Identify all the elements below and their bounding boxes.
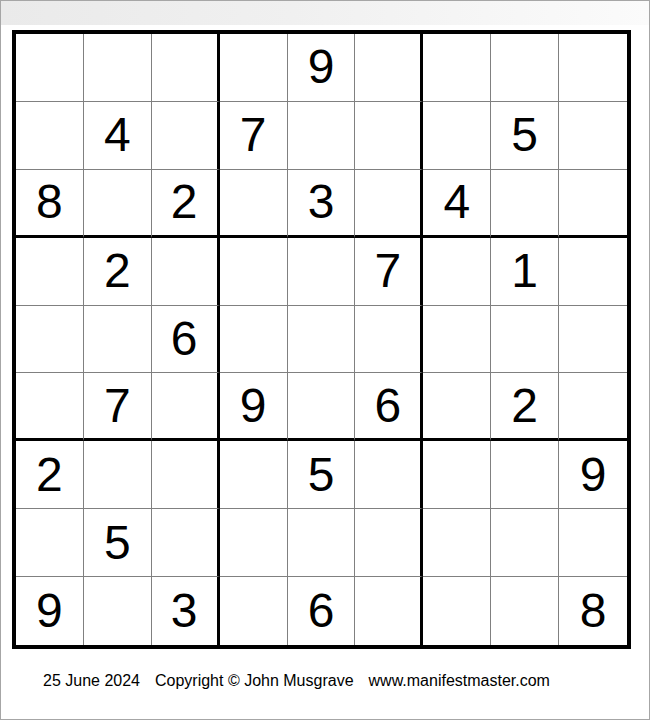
cell-r8c5[interactable]	[288, 509, 356, 577]
cell-r6c3[interactable]	[152, 373, 220, 441]
cell-r6c2[interactable]: 7	[84, 373, 152, 441]
footer: 25 June 2024 Copyright © John Musgrave w…	[43, 672, 550, 690]
cell-r2c5[interactable]	[288, 102, 356, 170]
cell-r3c5[interactable]: 3	[288, 170, 356, 238]
cell-r6c6[interactable]: 6	[355, 373, 423, 441]
cell-r6c8[interactable]: 2	[491, 373, 559, 441]
cell-r3c9[interactable]	[559, 170, 627, 238]
cell-r7c7[interactable]	[423, 441, 491, 509]
website-text: www.manifestmaster.com	[369, 672, 550, 690]
cell-r4c8[interactable]: 1	[491, 238, 559, 306]
cell-r8c9[interactable]	[559, 509, 627, 577]
cell-r5c2[interactable]	[84, 306, 152, 374]
cell-r1c5[interactable]: 9	[288, 34, 356, 102]
cell-r8c6[interactable]	[355, 509, 423, 577]
cell-r4c4[interactable]	[220, 238, 288, 306]
cell-r1c2[interactable]	[84, 34, 152, 102]
cell-r3c8[interactable]	[491, 170, 559, 238]
cell-r9c4[interactable]	[220, 577, 288, 645]
cell-r7c4[interactable]	[220, 441, 288, 509]
cell-r3c6[interactable]	[355, 170, 423, 238]
cell-r9c7[interactable]	[423, 577, 491, 645]
cell-r9c2[interactable]	[84, 577, 152, 645]
cell-r4c9[interactable]	[559, 238, 627, 306]
cell-r5c9[interactable]	[559, 306, 627, 374]
cell-r1c9[interactable]	[559, 34, 627, 102]
top-strip	[1, 1, 649, 25]
cell-r1c4[interactable]	[220, 34, 288, 102]
cell-r3c4[interactable]	[220, 170, 288, 238]
cell-r4c5[interactable]	[288, 238, 356, 306]
cell-r5c4[interactable]	[220, 306, 288, 374]
cell-r8c2[interactable]: 5	[84, 509, 152, 577]
cell-r8c7[interactable]	[423, 509, 491, 577]
cell-r2c8[interactable]: 5	[491, 102, 559, 170]
cell-r3c1[interactable]: 8	[16, 170, 84, 238]
cell-r7c5[interactable]: 5	[288, 441, 356, 509]
cell-r9c6[interactable]	[355, 577, 423, 645]
cell-r8c8[interactable]	[491, 509, 559, 577]
cell-r7c9[interactable]: 9	[559, 441, 627, 509]
cell-r4c7[interactable]	[423, 238, 491, 306]
cell-r2c2[interactable]: 4	[84, 102, 152, 170]
cell-r2c7[interactable]	[423, 102, 491, 170]
cell-r7c1[interactable]: 2	[16, 441, 84, 509]
cell-r9c9[interactable]: 8	[559, 577, 627, 645]
cell-r8c1[interactable]	[16, 509, 84, 577]
cell-r5c6[interactable]	[355, 306, 423, 374]
cell-r5c3[interactable]: 6	[152, 306, 220, 374]
cell-r9c3[interactable]: 3	[152, 577, 220, 645]
cell-r5c1[interactable]	[16, 306, 84, 374]
cell-r7c8[interactable]	[491, 441, 559, 509]
cell-r5c8[interactable]	[491, 306, 559, 374]
cell-r7c6[interactable]	[355, 441, 423, 509]
cell-r9c5[interactable]: 6	[288, 577, 356, 645]
cell-r2c3[interactable]	[152, 102, 220, 170]
cell-r3c3[interactable]: 2	[152, 170, 220, 238]
cell-r6c7[interactable]	[423, 373, 491, 441]
cell-r1c3[interactable]	[152, 34, 220, 102]
cell-r2c1[interactable]	[16, 102, 84, 170]
cell-r1c1[interactable]	[16, 34, 84, 102]
cell-r9c1[interactable]: 9	[16, 577, 84, 645]
copyright-text: Copyright © John Musgrave	[155, 672, 354, 690]
cell-r2c9[interactable]	[559, 102, 627, 170]
cell-r6c4[interactable]: 9	[220, 373, 288, 441]
cell-r2c6[interactable]	[355, 102, 423, 170]
cell-r8c4[interactable]	[220, 509, 288, 577]
cell-r9c8[interactable]	[491, 577, 559, 645]
cell-r4c1[interactable]	[16, 238, 84, 306]
cell-r5c5[interactable]	[288, 306, 356, 374]
cell-r7c2[interactable]	[84, 441, 152, 509]
cell-r7c3[interactable]	[152, 441, 220, 509]
cell-r8c3[interactable]	[152, 509, 220, 577]
puzzle-date: 25 June 2024	[43, 672, 140, 690]
cell-r5c7[interactable]	[423, 306, 491, 374]
cell-r1c6[interactable]	[355, 34, 423, 102]
cell-r4c6[interactable]: 7	[355, 238, 423, 306]
cell-r1c7[interactable]	[423, 34, 491, 102]
cell-r3c7[interactable]: 4	[423, 170, 491, 238]
cell-r6c5[interactable]	[288, 373, 356, 441]
cell-r2c4[interactable]: 7	[220, 102, 288, 170]
cell-r4c2[interactable]: 2	[84, 238, 152, 306]
cell-r1c8[interactable]	[491, 34, 559, 102]
cell-r3c2[interactable]	[84, 170, 152, 238]
cell-r4c3[interactable]	[152, 238, 220, 306]
sudoku-board: 947582342716796225959368	[12, 30, 631, 649]
cell-r6c9[interactable]	[559, 373, 627, 441]
cell-r6c1[interactable]	[16, 373, 84, 441]
